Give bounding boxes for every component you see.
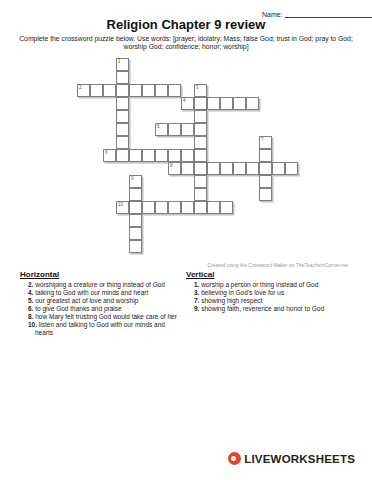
crossword-cell[interactable] [181,162,194,175]
crossword-cell[interactable]: 4 [181,97,194,110]
crossword-cell[interactable] [233,97,246,110]
crossword-cell[interactable] [220,201,233,214]
crossword-cell[interactable] [181,149,194,162]
clue-number: 4 [183,98,186,103]
clue-number: 2 [79,85,82,90]
liveworksheets-wordmark: LIVEWORKSHEETS [244,453,355,465]
vertical-clue-list: 1. worship a person or thing instead of … [186,281,362,313]
horizontal-clues: Horizontal 2. worshiping a creature or t… [20,270,182,337]
crossword-cell[interactable] [168,149,181,162]
horizontal-clue: 4. talking to God with our minds and hea… [28,289,182,297]
crossword-cell[interactable] [220,97,233,110]
horizontal-clue: 5. our greatest act of love and worship [28,297,182,305]
crossword-cell[interactable] [194,136,207,149]
crossword-cell[interactable]: 6 [103,149,116,162]
crossword-cell[interactable] [194,201,207,214]
crossword-cell[interactable] [168,123,181,136]
crossword-cell[interactable] [259,175,272,188]
clue-number: 10 [118,202,123,207]
crossword-cell[interactable] [272,162,285,175]
attribution: Created using the Crossword Maker on The… [0,262,348,268]
crossword-cell[interactable] [207,201,220,214]
crossword-cell[interactable] [116,84,129,97]
crossword-cell[interactable] [129,149,142,162]
horizontal-clue: 2. worshiping a creature or thing instea… [28,281,182,289]
crossword-cell[interactable] [129,227,142,240]
crossword-cell[interactable]: 3 [194,84,207,97]
crossword-cell[interactable] [116,123,129,136]
crossword-cell[interactable] [194,110,207,123]
crossword-cell[interactable]: 9 [129,175,142,188]
crossword-cell[interactable] [129,201,142,214]
horizontal-clue: 6. to give God thanks and praise [28,305,182,313]
crossword-cell[interactable]: 7 [259,136,272,149]
clue-number: 3 [196,85,199,90]
crossword-cell[interactable] [129,240,142,253]
vertical-clues: Vertical 1. worship a person or thing in… [186,270,362,313]
crossword-cell[interactable] [194,188,207,201]
vertical-clue: 3. believing in God's love for us [194,289,362,297]
crossword-cell[interactable] [90,84,103,97]
clue-number: 1 [118,59,121,64]
crossword-cell[interactable] [155,149,168,162]
crossword-cell[interactable] [129,84,142,97]
crossword-cell[interactable]: 10 [116,201,129,214]
crossword-cell[interactable] [246,162,259,175]
crossword-cell[interactable] [194,162,207,175]
crossword-cell[interactable] [129,214,142,227]
crossword-cell[interactable] [116,136,129,149]
crossword-cell[interactable] [142,201,155,214]
crossword-cell[interactable] [155,201,168,214]
horizontal-heading: Horizontal [20,270,182,279]
crossword-cell[interactable] [207,97,220,110]
crossword-cell[interactable] [155,84,168,97]
crossword-cell[interactable] [194,175,207,188]
clue-number: 7 [261,137,264,142]
crossword-cell[interactable] [103,84,116,97]
clue-number: 5 [157,124,160,129]
crossword-cell[interactable] [220,162,233,175]
crossword-cell[interactable]: 1 [116,58,129,71]
liveworksheets-icon [228,452,241,465]
crossword-cell[interactable] [259,188,272,201]
crossword-cell[interactable] [116,97,129,110]
crossword-cell[interactable]: 5 [155,123,168,136]
crossword-cell[interactable] [259,162,272,175]
crossword-cell[interactable] [168,84,181,97]
vertical-clue: 7. showing high respect [194,297,362,305]
crossword-cell[interactable] [181,201,194,214]
crossword-cell[interactable]: 8 [168,162,181,175]
vertical-clue: 9. showing faith, reverence and honor to… [194,305,362,313]
horizontal-clue: 10. listen and talking to God with our m… [28,321,182,337]
crossword-cell[interactable] [129,188,142,201]
crossword-cell[interactable]: 2 [77,84,90,97]
vertical-heading: Vertical [186,270,362,279]
page-title: Religion Chapter 9 review [0,17,372,32]
crossword-cell[interactable] [194,149,207,162]
crossword-cell[interactable] [207,162,220,175]
crossword-cell[interactable] [181,123,194,136]
crossword-cell[interactable] [233,162,246,175]
crossword-cell[interactable] [116,71,129,84]
horizontal-clue: 8. how Mary felt trusting God would take… [28,313,182,321]
crossword-cell[interactable] [194,123,207,136]
crossword-grid: 12345768910 [64,58,298,253]
crossword-cell[interactable] [116,149,129,162]
crossword-cell[interactable] [285,162,298,175]
clue-number: 9 [131,176,134,181]
crossword-cell[interactable] [246,97,259,110]
crossword-cell[interactable] [194,97,207,110]
crossword-cell[interactable] [259,149,272,162]
crossword-cell[interactable] [116,110,129,123]
footer-brand: LIVEWORKSHEETS [228,452,355,465]
vertical-clue: 1. worship a person or thing instead of … [194,281,362,289]
clue-number: 8 [170,163,173,168]
clue-number: 6 [105,150,108,155]
crossword-cell[interactable] [168,201,181,214]
crossword-cell[interactable] [142,149,155,162]
crossword-cell[interactable] [142,84,155,97]
instructions: Complete the crossword puzzle below. Use… [18,35,354,50]
horizontal-clue-list: 2. worshiping a creature or thing instea… [20,281,182,337]
